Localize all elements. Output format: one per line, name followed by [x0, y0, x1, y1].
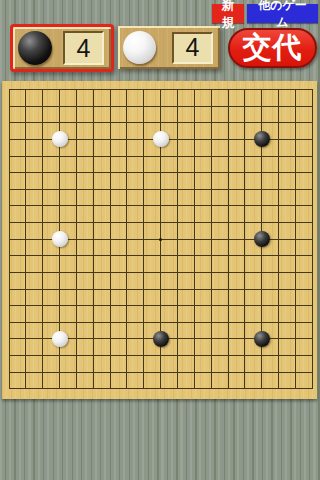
grid-line [9, 372, 313, 373]
black-stone [254, 131, 270, 147]
new-game-button[interactable]: 新規 [212, 4, 244, 23]
grid-line [312, 89, 313, 389]
star-point [159, 238, 162, 241]
grid-line [244, 89, 245, 389]
white-stone [52, 331, 68, 347]
white-stone [52, 131, 68, 147]
grid-line [211, 89, 212, 389]
black-stone [254, 331, 270, 347]
grid-line [295, 89, 296, 389]
black-stone-count: 4 [63, 31, 104, 65]
black-stone [153, 331, 169, 347]
white-stone-icon [123, 31, 156, 64]
grid-line [9, 388, 313, 389]
grid-line [228, 89, 229, 389]
go-board[interactable] [2, 81, 317, 399]
black-stone [254, 231, 270, 247]
grid-line [177, 89, 178, 389]
grid-line [9, 305, 313, 306]
white-stone [52, 231, 68, 247]
grid-line [9, 289, 313, 290]
swap-turn-button[interactable]: 交代 [228, 28, 317, 68]
grid-line [278, 89, 279, 389]
grid-line [9, 255, 313, 256]
grid-line [194, 89, 195, 389]
other-games-button[interactable]: 他のゲーム [247, 4, 318, 23]
black-stone-icon [18, 31, 52, 65]
grid-line [9, 355, 313, 356]
grid-line [9, 272, 313, 273]
white-stone-count: 4 [172, 32, 213, 64]
grid-line [9, 322, 313, 323]
white-stone [153, 131, 169, 147]
black-player-tray: 4 [10, 24, 114, 72]
white-player-tray: 4 [118, 26, 220, 69]
